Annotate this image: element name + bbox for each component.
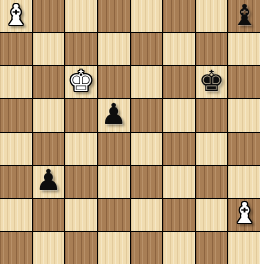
square-e6[interactable] (131, 66, 163, 98)
piece-black-pawn[interactable]: ♟ (35, 166, 61, 195)
square-e4[interactable] (131, 133, 163, 165)
piece-white-bishop[interactable]: ♝ (231, 199, 257, 228)
square-f6[interactable] (163, 66, 195, 98)
square-d5[interactable]: ♟ (98, 99, 130, 131)
square-h4[interactable] (228, 133, 260, 165)
square-h2[interactable]: ♝ (228, 199, 260, 231)
square-g8[interactable] (196, 0, 228, 32)
square-g7[interactable] (196, 33, 228, 65)
square-b6[interactable] (33, 66, 65, 98)
square-c5[interactable] (65, 99, 97, 131)
square-c1[interactable] (65, 232, 97, 264)
square-e2[interactable] (131, 199, 163, 231)
square-b5[interactable] (33, 99, 65, 131)
square-d1[interactable] (98, 232, 130, 264)
square-d6[interactable] (98, 66, 130, 98)
square-b2[interactable] (33, 199, 65, 231)
square-e1[interactable] (131, 232, 163, 264)
square-f2[interactable] (163, 199, 195, 231)
square-a1[interactable] (0, 232, 32, 264)
square-h3[interactable] (228, 166, 260, 198)
square-f7[interactable] (163, 33, 195, 65)
chess-board-container: ♝♝♚♚♟♟♝ (0, 0, 260, 264)
square-g4[interactable] (196, 133, 228, 165)
square-d2[interactable] (98, 199, 130, 231)
square-e3[interactable] (131, 166, 163, 198)
piece-black-bishop[interactable]: ♝ (231, 1, 257, 30)
square-h6[interactable] (228, 66, 260, 98)
square-g2[interactable] (196, 199, 228, 231)
square-g6[interactable]: ♚ (196, 66, 228, 98)
square-f8[interactable] (163, 0, 195, 32)
square-a6[interactable] (0, 66, 32, 98)
square-e7[interactable] (131, 33, 163, 65)
square-c4[interactable] (65, 133, 97, 165)
square-g1[interactable] (196, 232, 228, 264)
square-f3[interactable] (163, 166, 195, 198)
piece-black-king[interactable]: ♚ (199, 67, 225, 96)
piece-black-pawn[interactable]: ♟ (101, 100, 127, 129)
square-h8[interactable]: ♝ (228, 0, 260, 32)
square-b4[interactable] (33, 133, 65, 165)
square-h1[interactable] (228, 232, 260, 264)
square-g3[interactable] (196, 166, 228, 198)
square-f1[interactable] (163, 232, 195, 264)
square-c3[interactable] (65, 166, 97, 198)
square-c7[interactable] (65, 33, 97, 65)
square-d4[interactable] (98, 133, 130, 165)
square-f4[interactable] (163, 133, 195, 165)
square-h7[interactable] (228, 33, 260, 65)
square-a7[interactable] (0, 33, 32, 65)
square-c6[interactable]: ♚ (65, 66, 97, 98)
piece-white-bishop[interactable]: ♝ (3, 1, 29, 30)
square-c2[interactable] (65, 199, 97, 231)
square-b7[interactable] (33, 33, 65, 65)
square-c8[interactable] (65, 0, 97, 32)
square-g5[interactable] (196, 99, 228, 131)
square-a5[interactable] (0, 99, 32, 131)
chess-board: ♝♝♚♚♟♟♝ (0, 0, 260, 264)
square-d7[interactable] (98, 33, 130, 65)
square-a4[interactable] (0, 133, 32, 165)
square-b8[interactable] (33, 0, 65, 32)
square-d8[interactable] (98, 0, 130, 32)
square-h5[interactable] (228, 99, 260, 131)
square-a8[interactable]: ♝ (0, 0, 32, 32)
square-b1[interactable] (33, 232, 65, 264)
square-e8[interactable] (131, 0, 163, 32)
square-a2[interactable] (0, 199, 32, 231)
square-e5[interactable] (131, 99, 163, 131)
square-f5[interactable] (163, 99, 195, 131)
square-d3[interactable] (98, 166, 130, 198)
piece-white-king[interactable]: ♚ (68, 67, 94, 96)
square-a3[interactable] (0, 166, 32, 198)
square-b3[interactable]: ♟ (33, 166, 65, 198)
